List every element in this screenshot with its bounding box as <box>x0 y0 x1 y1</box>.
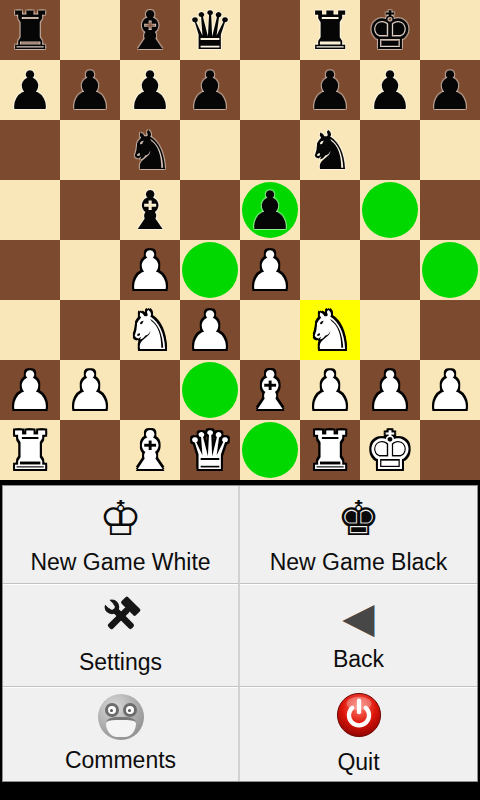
square-b6[interactable] <box>60 120 120 180</box>
tools-icon <box>99 594 143 642</box>
black-pawn[interactable]: ♟ <box>66 64 114 117</box>
white-bishop[interactable]: ♝ <box>126 424 174 477</box>
square-d4[interactable] <box>180 240 240 300</box>
square-f2[interactable]: ♟ <box>300 360 360 420</box>
smiley-icon <box>98 694 144 740</box>
black-rook[interactable]: ♜ <box>6 4 54 57</box>
square-c4[interactable]: ♟ <box>120 240 180 300</box>
square-e6[interactable] <box>240 120 300 180</box>
square-a4[interactable] <box>0 240 60 300</box>
square-e2[interactable]: ♝ <box>240 360 300 420</box>
white-bishop[interactable]: ♝ <box>246 364 294 417</box>
power-icon <box>336 692 382 742</box>
menu-item-quit[interactable]: Quit <box>240 686 477 781</box>
square-a8[interactable]: ♜ <box>0 0 60 60</box>
legal-move-indicator[interactable] <box>182 242 238 298</box>
square-g4[interactable] <box>360 240 420 300</box>
black-knight[interactable]: ♞ <box>306 124 354 177</box>
menu-item-label: New Game White <box>30 549 210 575</box>
white-pawn[interactable]: ♟ <box>66 364 114 417</box>
square-b3[interactable] <box>60 300 120 360</box>
square-f1[interactable]: ♜ <box>300 420 360 480</box>
white-pawn[interactable]: ♟ <box>366 364 414 417</box>
square-a2[interactable]: ♟ <box>0 360 60 420</box>
white-knight[interactable]: ♞ <box>306 304 354 357</box>
square-b5[interactable] <box>60 180 120 240</box>
black-pawn[interactable]: ♟ <box>186 64 234 117</box>
white-king[interactable]: ♚ <box>366 424 414 477</box>
black-queen[interactable]: ♛ <box>186 4 234 57</box>
chess-board: ♜♝♛♜♚♟♟♟♟♟♟♟♞♞♝♟♟♟♞♟♞♟♟♝♟♟♟♜♝♛♜♚ <box>0 0 480 480</box>
menu-item-back[interactable]: ◀ Back <box>240 583 477 686</box>
black-bishop[interactable]: ♝ <box>126 4 174 57</box>
square-e3[interactable] <box>240 300 300 360</box>
back-triangle-icon: ◀ <box>342 597 374 639</box>
square-c8[interactable]: ♝ <box>120 0 180 60</box>
legal-move-indicator[interactable] <box>362 182 418 238</box>
black-bishop[interactable]: ♝ <box>126 184 174 237</box>
square-d3[interactable]: ♟ <box>180 300 240 360</box>
menu-item-label: Comments <box>65 747 176 773</box>
square-g5[interactable] <box>360 180 420 240</box>
square-e8[interactable] <box>240 0 300 60</box>
square-b2[interactable]: ♟ <box>60 360 120 420</box>
square-g2[interactable]: ♟ <box>360 360 420 420</box>
white-pawn[interactable]: ♟ <box>126 244 174 297</box>
square-g1[interactable]: ♚ <box>360 420 420 480</box>
legal-move-indicator[interactable] <box>242 422 298 478</box>
menu-item-comments[interactable]: Comments <box>3 686 240 781</box>
square-h6[interactable] <box>420 120 480 180</box>
menu-item-settings[interactable]: Settings <box>3 583 240 686</box>
square-f3[interactable]: ♞ <box>300 300 360 360</box>
square-a5[interactable] <box>0 180 60 240</box>
square-d8[interactable]: ♛ <box>180 0 240 60</box>
black-rook[interactable]: ♜ <box>306 4 354 57</box>
square-c6[interactable]: ♞ <box>120 120 180 180</box>
square-f8[interactable]: ♜ <box>300 0 360 60</box>
white-pawn[interactable]: ♟ <box>306 364 354 417</box>
white-pawn[interactable]: ♟ <box>426 364 474 417</box>
square-a7[interactable]: ♟ <box>0 60 60 120</box>
menu-item-label: New Game Black <box>270 549 448 575</box>
square-a3[interactable] <box>0 300 60 360</box>
white-rook[interactable]: ♜ <box>6 424 54 477</box>
square-c2[interactable] <box>120 360 180 420</box>
square-h8[interactable] <box>420 0 480 60</box>
square-e4[interactable]: ♟ <box>240 240 300 300</box>
black-pawn[interactable]: ♟ <box>426 64 474 117</box>
black-knight[interactable]: ♞ <box>126 124 174 177</box>
square-c5[interactable]: ♝ <box>120 180 180 240</box>
square-e1[interactable] <box>240 420 300 480</box>
square-a6[interactable] <box>0 120 60 180</box>
menu-item-new-game-white[interactable]: ♔ New Game White <box>3 486 240 583</box>
square-d1[interactable]: ♛ <box>180 420 240 480</box>
app-screen: ♜♝♛♜♚♟♟♟♟♟♟♟♞♞♝♟♟♟♞♟♞♟♟♝♟♟♟♜♝♛♜♚ ♔ New G… <box>0 0 480 800</box>
square-d5[interactable] <box>180 180 240 240</box>
square-c1[interactable]: ♝ <box>120 420 180 480</box>
square-b7[interactable]: ♟ <box>60 60 120 120</box>
square-h7[interactable]: ♟ <box>420 60 480 120</box>
square-h2[interactable]: ♟ <box>420 360 480 420</box>
square-b4[interactable] <box>60 240 120 300</box>
square-h3[interactable] <box>420 300 480 360</box>
black-king-icon: ♚ <box>337 494 380 542</box>
square-f7[interactable]: ♟ <box>300 60 360 120</box>
square-g6[interactable] <box>360 120 420 180</box>
square-g3[interactable] <box>360 300 420 360</box>
black-pawn[interactable]: ♟ <box>366 64 414 117</box>
square-d6[interactable] <box>180 120 240 180</box>
white-king-icon: ♔ <box>99 494 142 542</box>
menu-item-label: Quit <box>337 749 379 775</box>
square-h5[interactable] <box>420 180 480 240</box>
white-pawn[interactable]: ♟ <box>186 304 234 357</box>
square-c3[interactable]: ♞ <box>120 300 180 360</box>
square-f4[interactable] <box>300 240 360 300</box>
menu-item-label: Back <box>333 646 384 672</box>
square-e7[interactable] <box>240 60 300 120</box>
square-h1[interactable] <box>420 420 480 480</box>
black-pawn[interactable]: ♟ <box>246 184 294 237</box>
options-menu: ♔ New Game White ♚ New Game Black <box>2 485 478 782</box>
square-a1[interactable]: ♜ <box>0 420 60 480</box>
square-c7[interactable]: ♟ <box>120 60 180 120</box>
black-pawn[interactable]: ♟ <box>6 64 54 117</box>
black-king[interactable]: ♚ <box>366 4 414 57</box>
white-pawn[interactable]: ♟ <box>6 364 54 417</box>
square-h4[interactable] <box>420 240 480 300</box>
menu-item-new-game-black[interactable]: ♚ New Game Black <box>240 486 477 583</box>
square-f6[interactable]: ♞ <box>300 120 360 180</box>
white-queen[interactable]: ♛ <box>186 424 234 477</box>
white-rook[interactable]: ♜ <box>306 424 354 477</box>
menu-item-label: Settings <box>79 649 162 675</box>
legal-move-indicator[interactable] <box>182 362 238 418</box>
square-f5[interactable] <box>300 180 360 240</box>
legal-move-indicator[interactable] <box>422 242 478 298</box>
square-e5[interactable]: ♟ <box>240 180 300 240</box>
black-pawn[interactable]: ♟ <box>126 64 174 117</box>
white-knight[interactable]: ♞ <box>126 304 174 357</box>
white-pawn[interactable]: ♟ <box>246 244 294 297</box>
square-d7[interactable]: ♟ <box>180 60 240 120</box>
square-b1[interactable] <box>60 420 120 480</box>
black-pawn[interactable]: ♟ <box>306 64 354 117</box>
square-d2[interactable] <box>180 360 240 420</box>
square-b8[interactable] <box>60 0 120 60</box>
square-g7[interactable]: ♟ <box>360 60 420 120</box>
square-g8[interactable]: ♚ <box>360 0 420 60</box>
